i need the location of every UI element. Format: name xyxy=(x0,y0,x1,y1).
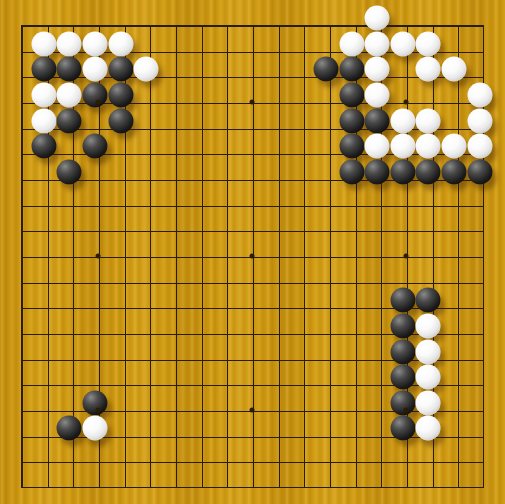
intersection[interactable] xyxy=(342,243,368,269)
intersection[interactable] xyxy=(316,140,342,166)
intersection[interactable] xyxy=(367,243,393,269)
intersection[interactable] xyxy=(419,217,445,243)
intersection[interactable] xyxy=(290,166,316,192)
intersection[interactable] xyxy=(316,63,342,89)
intersection[interactable] xyxy=(265,423,291,449)
intersection[interactable] xyxy=(290,474,316,500)
white-stone[interactable] xyxy=(416,31,441,56)
intersection[interactable] xyxy=(59,448,85,474)
intersection[interactable] xyxy=(8,63,34,89)
intersection[interactable] xyxy=(188,217,214,243)
intersection[interactable] xyxy=(290,320,316,346)
intersection[interactable] xyxy=(162,474,188,500)
white-stone[interactable] xyxy=(108,31,133,56)
intersection[interactable] xyxy=(136,423,162,449)
intersection[interactable] xyxy=(136,448,162,474)
white-stone[interactable] xyxy=(339,31,364,56)
intersection[interactable] xyxy=(8,192,34,218)
intersection[interactable] xyxy=(85,192,111,218)
white-stone[interactable] xyxy=(82,31,107,56)
intersection[interactable] xyxy=(213,423,239,449)
intersection[interactable] xyxy=(8,217,34,243)
intersection[interactable] xyxy=(239,269,265,295)
intersection[interactable] xyxy=(34,474,60,500)
intersection[interactable] xyxy=(8,397,34,423)
intersection[interactable] xyxy=(470,12,496,38)
intersection[interactable] xyxy=(8,371,34,397)
intersection[interactable] xyxy=(213,38,239,64)
white-stone[interactable] xyxy=(390,31,415,56)
intersection[interactable] xyxy=(162,397,188,423)
intersection[interactable] xyxy=(444,89,470,115)
white-stone[interactable] xyxy=(134,57,159,82)
intersection[interactable] xyxy=(111,269,137,295)
black-stone[interactable] xyxy=(390,288,415,313)
intersection[interactable] xyxy=(290,269,316,295)
white-stone[interactable] xyxy=(82,57,107,82)
intersection[interactable] xyxy=(470,371,496,397)
intersection[interactable] xyxy=(85,140,111,166)
intersection[interactable] xyxy=(239,423,265,449)
intersection[interactable] xyxy=(367,166,393,192)
intersection[interactable] xyxy=(111,243,137,269)
intersection[interactable] xyxy=(316,320,342,346)
intersection[interactable] xyxy=(136,63,162,89)
intersection[interactable] xyxy=(8,243,34,269)
black-stone[interactable] xyxy=(365,108,390,133)
intersection[interactable] xyxy=(316,474,342,500)
intersection[interactable] xyxy=(290,192,316,218)
intersection[interactable] xyxy=(316,448,342,474)
intersection[interactable] xyxy=(8,346,34,372)
white-stone[interactable] xyxy=(365,31,390,56)
intersection[interactable] xyxy=(342,448,368,474)
black-stone[interactable] xyxy=(57,57,82,82)
intersection[interactable] xyxy=(162,166,188,192)
intersection[interactable] xyxy=(419,448,445,474)
intersection[interactable] xyxy=(444,217,470,243)
intersection[interactable] xyxy=(316,217,342,243)
intersection[interactable] xyxy=(419,192,445,218)
intersection[interactable] xyxy=(265,12,291,38)
intersection[interactable] xyxy=(59,294,85,320)
intersection[interactable] xyxy=(367,320,393,346)
intersection[interactable] xyxy=(213,346,239,372)
intersection[interactable] xyxy=(34,269,60,295)
intersection[interactable] xyxy=(265,346,291,372)
white-stone[interactable] xyxy=(365,82,390,107)
intersection[interactable] xyxy=(290,346,316,372)
intersection[interactable] xyxy=(188,166,214,192)
intersection[interactable] xyxy=(239,38,265,64)
intersection[interactable] xyxy=(34,243,60,269)
black-stone[interactable] xyxy=(82,390,107,415)
black-stone[interactable] xyxy=(339,108,364,133)
intersection[interactable] xyxy=(213,217,239,243)
intersection[interactable] xyxy=(265,269,291,295)
intersection[interactable] xyxy=(367,423,393,449)
intersection[interactable] xyxy=(444,243,470,269)
intersection[interactable] xyxy=(213,192,239,218)
intersection[interactable] xyxy=(111,371,137,397)
intersection[interactable] xyxy=(59,115,85,141)
intersection[interactable] xyxy=(111,115,137,141)
intersection[interactable] xyxy=(136,269,162,295)
intersection[interactable] xyxy=(8,320,34,346)
intersection[interactable] xyxy=(59,320,85,346)
intersection[interactable] xyxy=(213,63,239,89)
intersection[interactable] xyxy=(265,371,291,397)
intersection[interactable] xyxy=(162,217,188,243)
intersection[interactable] xyxy=(419,474,445,500)
intersection[interactable] xyxy=(342,474,368,500)
intersection[interactable] xyxy=(8,115,34,141)
intersection[interactable] xyxy=(367,474,393,500)
white-stone[interactable] xyxy=(416,57,441,82)
intersection[interactable] xyxy=(34,397,60,423)
intersection[interactable] xyxy=(265,397,291,423)
intersection[interactable] xyxy=(136,346,162,372)
intersection[interactable] xyxy=(367,217,393,243)
black-stone[interactable] xyxy=(416,159,441,184)
intersection[interactable] xyxy=(136,294,162,320)
intersection[interactable] xyxy=(111,166,137,192)
intersection[interactable] xyxy=(188,89,214,115)
intersection[interactable] xyxy=(111,217,137,243)
intersection[interactable] xyxy=(290,448,316,474)
intersection[interactable] xyxy=(239,294,265,320)
intersection[interactable] xyxy=(367,269,393,295)
black-stone[interactable] xyxy=(82,134,107,159)
intersection[interactable] xyxy=(367,192,393,218)
white-stone[interactable] xyxy=(416,134,441,159)
intersection[interactable] xyxy=(265,448,291,474)
intersection[interactable] xyxy=(444,294,470,320)
intersection[interactable] xyxy=(342,320,368,346)
intersection[interactable] xyxy=(162,346,188,372)
white-stone[interactable] xyxy=(467,82,492,107)
black-stone[interactable] xyxy=(365,159,390,184)
white-stone[interactable] xyxy=(467,134,492,159)
intersection[interactable] xyxy=(265,474,291,500)
black-stone[interactable] xyxy=(108,57,133,82)
black-stone[interactable] xyxy=(57,416,82,441)
white-stone[interactable] xyxy=(57,31,82,56)
intersection[interactable] xyxy=(290,294,316,320)
intersection[interactable] xyxy=(470,346,496,372)
intersection[interactable] xyxy=(85,294,111,320)
black-stone[interactable] xyxy=(467,159,492,184)
intersection[interactable] xyxy=(239,217,265,243)
intersection[interactable] xyxy=(34,423,60,449)
intersection[interactable] xyxy=(136,243,162,269)
intersection[interactable] xyxy=(85,217,111,243)
intersection[interactable] xyxy=(290,243,316,269)
intersection[interactable] xyxy=(162,192,188,218)
intersection[interactable] xyxy=(162,371,188,397)
white-stone[interactable] xyxy=(365,5,390,30)
intersection[interactable] xyxy=(444,166,470,192)
intersection[interactable] xyxy=(444,474,470,500)
intersection[interactable] xyxy=(136,115,162,141)
intersection[interactable] xyxy=(188,243,214,269)
intersection[interactable] xyxy=(290,38,316,64)
intersection[interactable] xyxy=(470,448,496,474)
intersection[interactable] xyxy=(188,346,214,372)
intersection[interactable] xyxy=(8,269,34,295)
white-stone[interactable] xyxy=(416,339,441,364)
intersection[interactable] xyxy=(59,346,85,372)
intersection[interactable] xyxy=(265,63,291,89)
intersection[interactable] xyxy=(342,397,368,423)
intersection[interactable] xyxy=(239,371,265,397)
intersection[interactable] xyxy=(162,320,188,346)
intersection[interactable] xyxy=(34,371,60,397)
intersection[interactable] xyxy=(34,294,60,320)
intersection[interactable] xyxy=(8,12,34,38)
intersection[interactable] xyxy=(393,166,419,192)
intersection[interactable] xyxy=(239,320,265,346)
intersection[interactable] xyxy=(444,192,470,218)
intersection[interactable] xyxy=(8,423,34,449)
intersection[interactable] xyxy=(470,423,496,449)
intersection[interactable] xyxy=(213,448,239,474)
intersection[interactable] xyxy=(162,243,188,269)
white-stone[interactable] xyxy=(31,31,56,56)
intersection[interactable] xyxy=(59,192,85,218)
intersection[interactable] xyxy=(290,371,316,397)
intersection[interactable] xyxy=(85,166,111,192)
intersection[interactable] xyxy=(290,12,316,38)
intersection[interactable] xyxy=(136,140,162,166)
intersection[interactable] xyxy=(239,346,265,372)
intersection[interactable] xyxy=(316,269,342,295)
intersection[interactable] xyxy=(85,423,111,449)
intersection[interactable] xyxy=(444,423,470,449)
intersection[interactable] xyxy=(213,140,239,166)
intersection[interactable] xyxy=(316,423,342,449)
intersection[interactable] xyxy=(342,192,368,218)
intersection[interactable] xyxy=(316,346,342,372)
intersection[interactable] xyxy=(188,371,214,397)
white-stone[interactable] xyxy=(416,313,441,338)
intersection[interactable] xyxy=(290,397,316,423)
intersection[interactable] xyxy=(188,115,214,141)
intersection[interactable] xyxy=(265,140,291,166)
intersection[interactable] xyxy=(8,448,34,474)
intersection[interactable] xyxy=(367,294,393,320)
intersection[interactable] xyxy=(239,166,265,192)
intersection[interactable] xyxy=(59,423,85,449)
intersection[interactable] xyxy=(316,371,342,397)
white-stone[interactable] xyxy=(416,416,441,441)
intersection[interactable] xyxy=(265,320,291,346)
intersection[interactable] xyxy=(342,346,368,372)
intersection[interactable] xyxy=(136,89,162,115)
intersection[interactable] xyxy=(111,346,137,372)
intersection[interactable] xyxy=(393,474,419,500)
intersection[interactable] xyxy=(470,474,496,500)
intersection[interactable] xyxy=(34,320,60,346)
intersection[interactable] xyxy=(470,320,496,346)
intersection[interactable] xyxy=(162,63,188,89)
black-stone[interactable] xyxy=(390,339,415,364)
intersection[interactable] xyxy=(239,448,265,474)
intersection[interactable] xyxy=(290,140,316,166)
intersection[interactable] xyxy=(213,243,239,269)
intersection[interactable] xyxy=(367,346,393,372)
intersection[interactable] xyxy=(419,243,445,269)
white-stone[interactable] xyxy=(82,416,107,441)
intersection[interactable] xyxy=(213,166,239,192)
intersection[interactable] xyxy=(265,243,291,269)
intersection[interactable] xyxy=(59,217,85,243)
black-stone[interactable] xyxy=(31,134,56,159)
intersection[interactable] xyxy=(111,397,137,423)
black-stone[interactable] xyxy=(82,82,107,107)
intersection[interactable] xyxy=(59,243,85,269)
black-stone[interactable] xyxy=(390,159,415,184)
black-stone[interactable] xyxy=(313,57,338,82)
intersection[interactable] xyxy=(34,140,60,166)
intersection[interactable] xyxy=(111,140,137,166)
intersection[interactable] xyxy=(213,371,239,397)
intersection[interactable] xyxy=(470,38,496,64)
intersection[interactable] xyxy=(419,423,445,449)
intersection[interactable] xyxy=(393,423,419,449)
intersection[interactable] xyxy=(59,474,85,500)
intersection[interactable] xyxy=(136,12,162,38)
white-stone[interactable] xyxy=(416,365,441,390)
intersection[interactable] xyxy=(342,423,368,449)
intersection[interactable] xyxy=(85,346,111,372)
intersection[interactable] xyxy=(470,294,496,320)
intersection[interactable] xyxy=(316,397,342,423)
intersection[interactable] xyxy=(393,217,419,243)
intersection[interactable] xyxy=(188,320,214,346)
intersection[interactable] xyxy=(8,294,34,320)
intersection[interactable] xyxy=(162,423,188,449)
white-stone[interactable] xyxy=(442,57,467,82)
intersection[interactable] xyxy=(162,89,188,115)
intersection[interactable] xyxy=(59,166,85,192)
intersection[interactable] xyxy=(136,474,162,500)
intersection[interactable] xyxy=(316,12,342,38)
intersection[interactable] xyxy=(239,63,265,89)
white-stone[interactable] xyxy=(390,108,415,133)
intersection[interactable] xyxy=(367,397,393,423)
intersection[interactable] xyxy=(470,192,496,218)
intersection[interactable] xyxy=(34,217,60,243)
intersection[interactable] xyxy=(265,89,291,115)
intersection[interactable] xyxy=(188,63,214,89)
intersection[interactable] xyxy=(239,140,265,166)
black-stone[interactable] xyxy=(339,134,364,159)
intersection[interactable] xyxy=(34,346,60,372)
intersection[interactable] xyxy=(470,397,496,423)
intersection[interactable] xyxy=(393,448,419,474)
intersection[interactable] xyxy=(393,38,419,64)
intersection[interactable] xyxy=(213,269,239,295)
black-stone[interactable] xyxy=(416,288,441,313)
intersection[interactable] xyxy=(342,371,368,397)
intersection[interactable] xyxy=(111,192,137,218)
intersection[interactable] xyxy=(342,269,368,295)
intersection[interactable] xyxy=(85,320,111,346)
intersection[interactable] xyxy=(188,423,214,449)
intersection[interactable] xyxy=(213,320,239,346)
intersection[interactable] xyxy=(316,166,342,192)
intersection[interactable] xyxy=(367,448,393,474)
intersection[interactable] xyxy=(265,38,291,64)
intersection[interactable] xyxy=(8,166,34,192)
intersection[interactable] xyxy=(136,166,162,192)
intersection[interactable] xyxy=(8,140,34,166)
intersection[interactable] xyxy=(444,346,470,372)
black-stone[interactable] xyxy=(339,159,364,184)
intersection[interactable] xyxy=(419,166,445,192)
intersection[interactable] xyxy=(188,448,214,474)
intersection[interactable] xyxy=(316,294,342,320)
intersection[interactable] xyxy=(34,166,60,192)
black-stone[interactable] xyxy=(108,82,133,107)
intersection[interactable] xyxy=(162,448,188,474)
intersection[interactable] xyxy=(444,448,470,474)
white-stone[interactable] xyxy=(365,57,390,82)
intersection[interactable] xyxy=(342,166,368,192)
intersection[interactable] xyxy=(239,115,265,141)
black-stone[interactable] xyxy=(390,390,415,415)
white-stone[interactable] xyxy=(31,108,56,133)
intersection[interactable] xyxy=(136,320,162,346)
intersection[interactable] xyxy=(136,397,162,423)
intersection[interactable] xyxy=(316,192,342,218)
white-stone[interactable] xyxy=(416,390,441,415)
intersection[interactable] xyxy=(470,243,496,269)
intersection[interactable] xyxy=(8,474,34,500)
intersection[interactable] xyxy=(393,63,419,89)
intersection[interactable] xyxy=(8,38,34,64)
intersection[interactable] xyxy=(188,12,214,38)
black-stone[interactable] xyxy=(390,365,415,390)
intersection[interactable] xyxy=(265,217,291,243)
intersection[interactable] xyxy=(342,294,368,320)
intersection[interactable] xyxy=(213,12,239,38)
intersection[interactable] xyxy=(316,243,342,269)
intersection[interactable] xyxy=(111,423,137,449)
intersection[interactable] xyxy=(239,12,265,38)
intersection[interactable] xyxy=(8,89,34,115)
intersection[interactable] xyxy=(444,320,470,346)
black-stone[interactable] xyxy=(442,159,467,184)
intersection[interactable] xyxy=(34,448,60,474)
intersection[interactable] xyxy=(111,448,137,474)
intersection[interactable] xyxy=(136,192,162,218)
intersection[interactable] xyxy=(367,371,393,397)
intersection[interactable] xyxy=(290,89,316,115)
white-stone[interactable] xyxy=(416,108,441,133)
intersection[interactable] xyxy=(188,474,214,500)
intersection[interactable] xyxy=(265,115,291,141)
black-stone[interactable] xyxy=(339,57,364,82)
intersection[interactable] xyxy=(136,371,162,397)
intersection[interactable] xyxy=(290,217,316,243)
intersection[interactable] xyxy=(34,192,60,218)
intersection[interactable] xyxy=(265,166,291,192)
intersection[interactable] xyxy=(419,63,445,89)
intersection[interactable] xyxy=(59,371,85,397)
intersection[interactable] xyxy=(188,269,214,295)
